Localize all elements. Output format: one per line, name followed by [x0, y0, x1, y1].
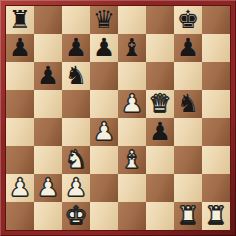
square-b7[interactable]	[34, 34, 62, 62]
square-b4[interactable]	[34, 118, 62, 146]
square-h4[interactable]	[202, 118, 230, 146]
square-e4[interactable]	[118, 118, 146, 146]
piece-black-pawn-b6[interactable]: ♟	[37, 62, 59, 90]
square-d1[interactable]	[90, 202, 118, 230]
square-h3[interactable]	[202, 146, 230, 174]
square-d3[interactable]	[90, 146, 118, 174]
chess-board: ♜♛♚♟♟♟♝♟♟♞♟♛♞♟♟♞♝♟♟♟♚♜♜	[6, 6, 230, 230]
piece-white-pawn-e5[interactable]: ♟	[121, 90, 143, 118]
piece-white-pawn-d4[interactable]: ♟	[93, 118, 115, 146]
piece-black-king-g8[interactable]: ♚	[177, 6, 199, 34]
piece-black-pawn-f4[interactable]: ♟	[149, 118, 171, 146]
square-g6[interactable]	[174, 62, 202, 90]
piece-white-pawn-a2[interactable]: ♟	[9, 174, 31, 202]
square-c4[interactable]	[62, 118, 90, 146]
square-c3[interactable]: ♞	[62, 146, 90, 174]
square-h2[interactable]	[202, 174, 230, 202]
square-d4[interactable]: ♟	[90, 118, 118, 146]
square-g4[interactable]	[174, 118, 202, 146]
square-d8[interactable]: ♛	[90, 6, 118, 34]
square-e2[interactable]	[118, 174, 146, 202]
square-a1[interactable]	[6, 202, 34, 230]
square-a5[interactable]	[6, 90, 34, 118]
square-f3[interactable]	[146, 146, 174, 174]
square-b5[interactable]	[34, 90, 62, 118]
square-c7[interactable]: ♟	[62, 34, 90, 62]
square-h1[interactable]: ♜	[202, 202, 230, 230]
square-e6[interactable]	[118, 62, 146, 90]
piece-white-pawn-b2[interactable]: ♟	[37, 174, 59, 202]
square-g3[interactable]	[174, 146, 202, 174]
square-d2[interactable]	[90, 174, 118, 202]
piece-white-rook-h1[interactable]: ♜	[205, 202, 227, 230]
piece-black-pawn-d7[interactable]: ♟	[93, 34, 115, 62]
square-d5[interactable]	[90, 90, 118, 118]
square-c6[interactable]: ♞	[62, 62, 90, 90]
square-b2[interactable]: ♟	[34, 174, 62, 202]
square-d6[interactable]	[90, 62, 118, 90]
square-b6[interactable]: ♟	[34, 62, 62, 90]
square-c2[interactable]: ♟	[62, 174, 90, 202]
square-g8[interactable]: ♚	[174, 6, 202, 34]
square-f5[interactable]: ♛	[146, 90, 174, 118]
piece-white-pawn-c2[interactable]: ♟	[65, 174, 87, 202]
square-f6[interactable]	[146, 62, 174, 90]
piece-black-pawn-a7[interactable]: ♟	[9, 34, 31, 62]
square-a3[interactable]	[6, 146, 34, 174]
square-f8[interactable]	[146, 6, 174, 34]
square-c8[interactable]	[62, 6, 90, 34]
piece-white-king-c1[interactable]: ♚	[65, 202, 87, 230]
square-b1[interactable]	[34, 202, 62, 230]
square-a2[interactable]: ♟	[6, 174, 34, 202]
square-h8[interactable]	[202, 6, 230, 34]
piece-white-bishop-e3[interactable]: ♝	[121, 146, 143, 174]
square-c5[interactable]	[62, 90, 90, 118]
square-e7[interactable]: ♝	[118, 34, 146, 62]
square-g2[interactable]	[174, 174, 202, 202]
square-h5[interactable]	[202, 90, 230, 118]
square-a6[interactable]	[6, 62, 34, 90]
square-a4[interactable]	[6, 118, 34, 146]
square-b3[interactable]	[34, 146, 62, 174]
piece-black-knight-g5[interactable]: ♞	[177, 90, 199, 118]
square-h6[interactable]	[202, 62, 230, 90]
square-b8[interactable]	[34, 6, 62, 34]
square-g1[interactable]: ♜	[174, 202, 202, 230]
piece-white-queen-f5[interactable]: ♛	[149, 90, 171, 118]
piece-white-rook-g1[interactable]: ♜	[177, 202, 199, 230]
piece-black-pawn-c7[interactable]: ♟	[65, 34, 87, 62]
square-c1[interactable]: ♚	[62, 202, 90, 230]
square-e5[interactable]: ♟	[118, 90, 146, 118]
square-e3[interactable]: ♝	[118, 146, 146, 174]
piece-black-queen-d8[interactable]: ♛	[93, 6, 115, 34]
chess-board-frame: ♜♛♚♟♟♟♝♟♟♞♟♛♞♟♟♞♝♟♟♟♚♜♜	[0, 0, 236, 236]
square-e1[interactable]	[118, 202, 146, 230]
square-f4[interactable]: ♟	[146, 118, 174, 146]
piece-black-rook-a8[interactable]: ♜	[9, 6, 31, 34]
square-a7[interactable]: ♟	[6, 34, 34, 62]
piece-black-pawn-g7[interactable]: ♟	[177, 34, 199, 62]
square-f2[interactable]	[146, 174, 174, 202]
square-e8[interactable]	[118, 6, 146, 34]
square-g5[interactable]: ♞	[174, 90, 202, 118]
piece-black-bishop-e7[interactable]: ♝	[121, 34, 143, 62]
square-f1[interactable]	[146, 202, 174, 230]
square-g7[interactable]: ♟	[174, 34, 202, 62]
piece-white-knight-c3[interactable]: ♞	[65, 146, 87, 174]
piece-black-knight-c6[interactable]: ♞	[65, 62, 87, 90]
square-a8[interactable]: ♜	[6, 6, 34, 34]
square-d7[interactable]: ♟	[90, 34, 118, 62]
square-f7[interactable]	[146, 34, 174, 62]
square-h7[interactable]	[202, 34, 230, 62]
